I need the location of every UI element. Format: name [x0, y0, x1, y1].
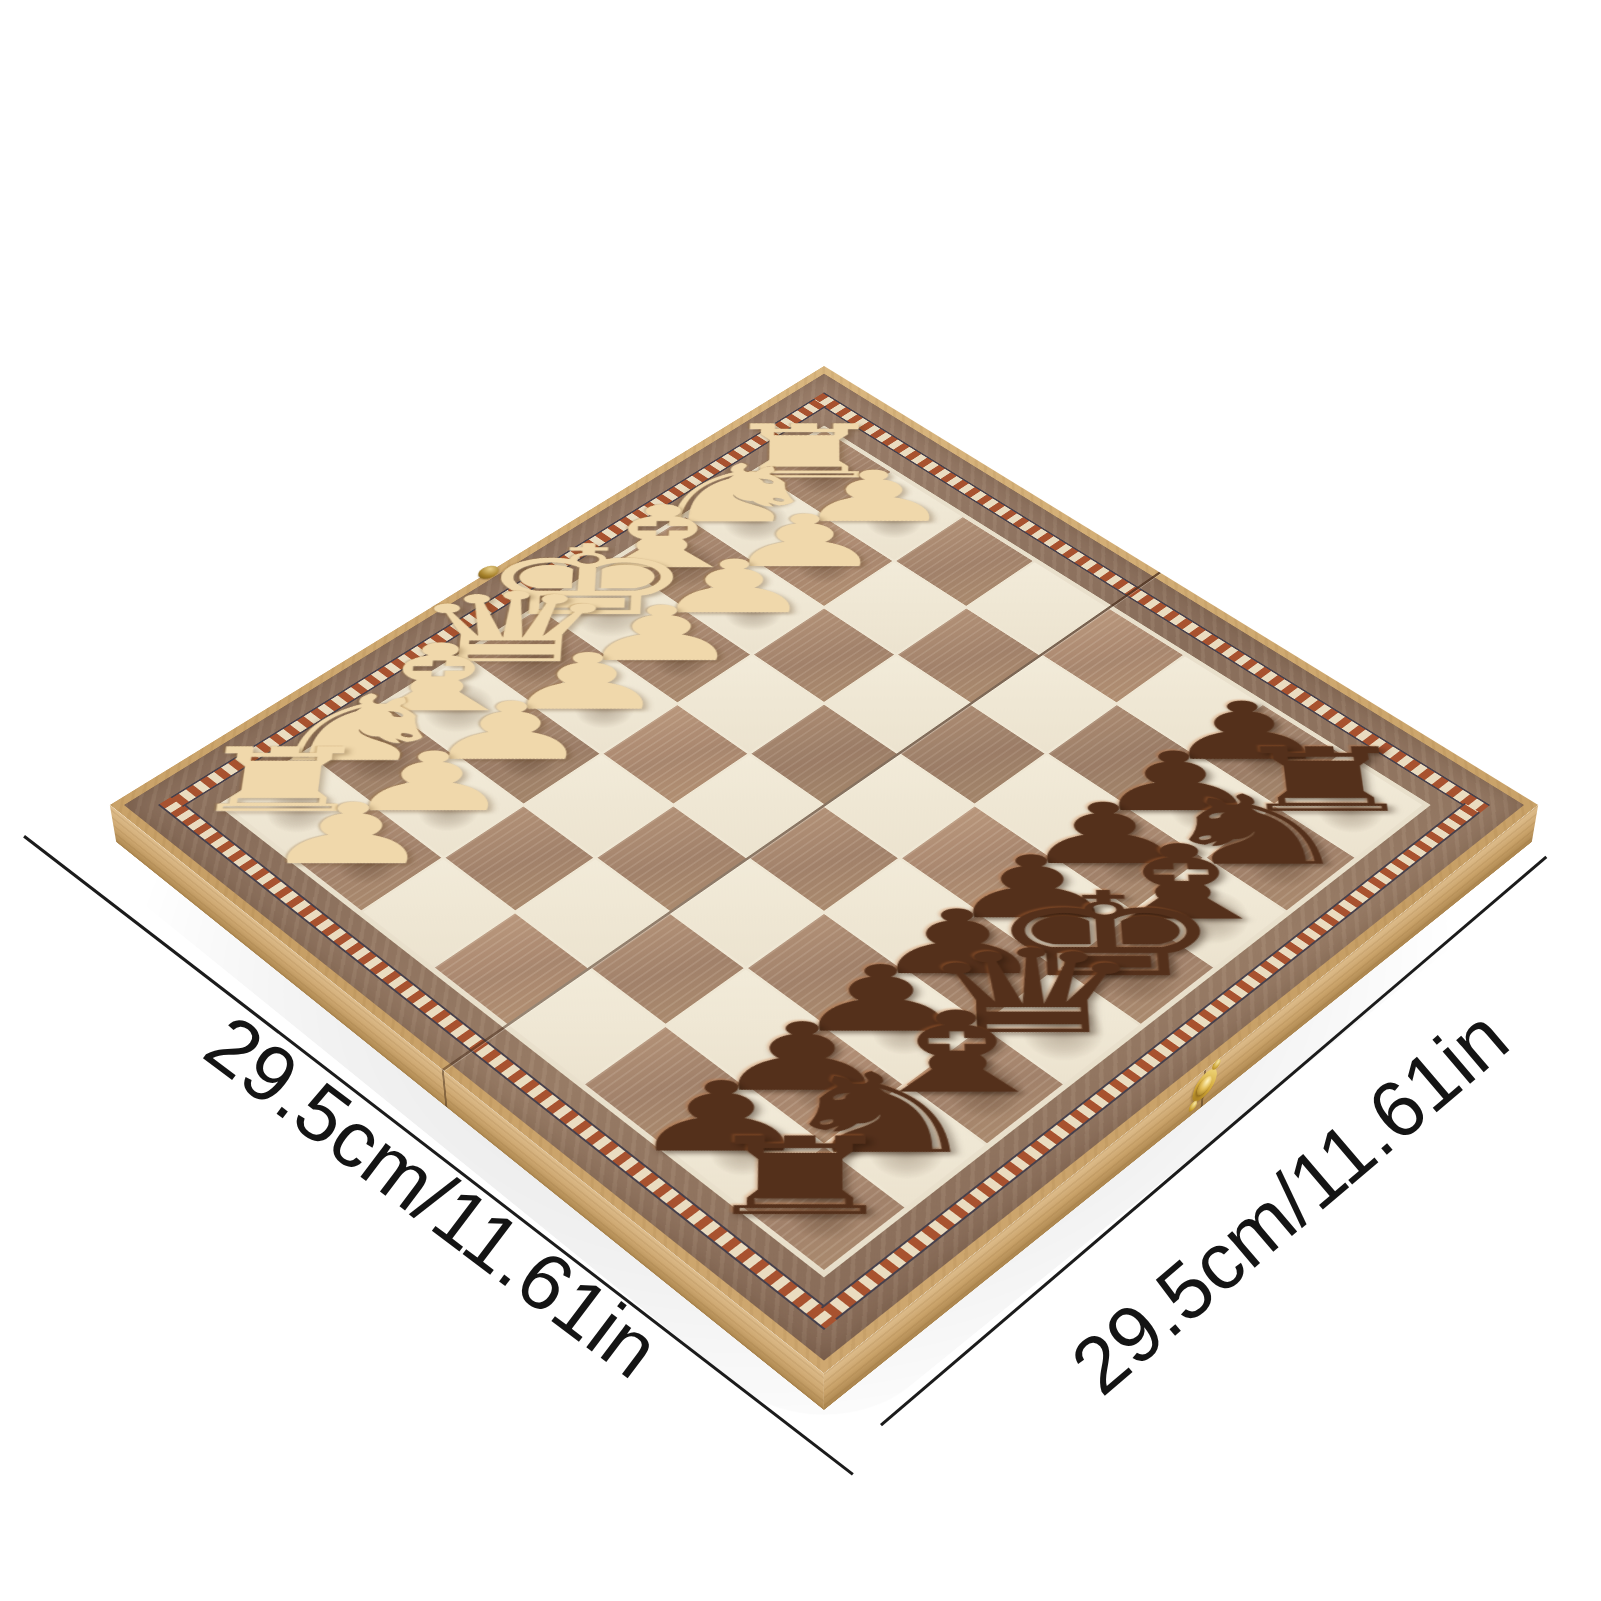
board-square	[826, 1086, 985, 1206]
board-square	[746, 1027, 902, 1143]
board-square	[509, 969, 663, 1082]
scene: ♜♟♞♟♝♟♚♟♛♟♝♟♟♞♜♟♟♜♞♟♟♝♟♚♟♛♟♝♟♞♟♜	[0, 0, 1601, 1601]
board-square	[672, 859, 822, 966]
board-square	[435, 914, 587, 1024]
board-square	[446, 806, 594, 910]
board-square	[748, 914, 900, 1024]
board-square	[585, 1027, 741, 1143]
board-square	[363, 859, 513, 966]
board-square	[907, 1027, 1063, 1143]
board-square	[598, 806, 746, 910]
board-square	[518, 859, 668, 966]
board-square	[826, 969, 980, 1082]
board-square	[668, 969, 822, 1082]
board-square	[743, 1147, 904, 1270]
fold-seam-side	[441, 1069, 447, 1108]
board-square	[985, 969, 1139, 1082]
product-photo: ♜♟♞♟♝♟♚♟♛♟♝♟♟♞♜♟♟♜♞♟♟♝♟♚♟♛♟♝♟♞♟♜ 29.5cm/…	[0, 0, 1601, 1601]
board-square	[592, 914, 744, 1024]
board-square	[663, 1086, 822, 1206]
